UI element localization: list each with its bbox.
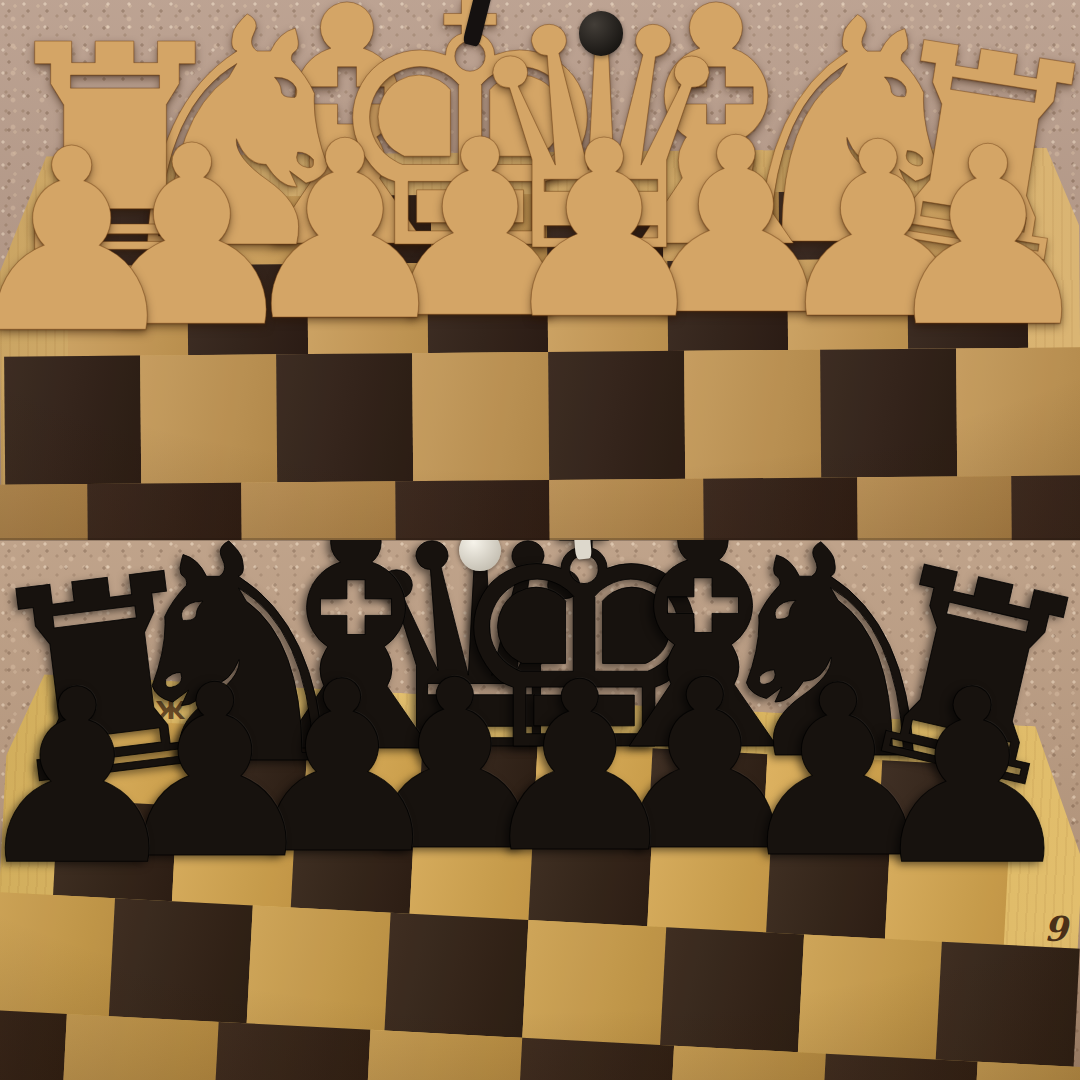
piece-white-pawn-a2: ♟: [0, 116, 198, 368]
square-b4: [87, 483, 242, 540]
chess-set-collage: 22♜♞♝♚♛♝♞♜♟♟♟♟♟♟♟♟ 776ЖВН♜♞♝♛♚♝♞♜♟♟♟♟♟♟♟…: [0, 0, 1080, 1080]
square-f6: [660, 927, 804, 1052]
white-queen-finial-ball: [579, 11, 624, 56]
square-h4: [1011, 475, 1080, 540]
square-c6: [247, 906, 391, 1031]
square-e5: [515, 1038, 674, 1080]
piece-white-pawn-h2: ♟: [865, 115, 1080, 361]
square-a5: [0, 1006, 67, 1080]
board-row-rank-4: [0, 475, 1080, 540]
square-d4: [395, 480, 550, 540]
square-b5: [60, 1014, 219, 1080]
photo-panel-black-set: 776ЖВН♜♞♝♛♚♝♞♜♟♟♟♟♟♟♟♟: [0, 540, 1080, 1080]
square-d5: [364, 1030, 523, 1080]
square-g6: [798, 934, 942, 1059]
square-e6: [522, 920, 666, 1045]
square-e4: [549, 479, 704, 540]
square-h6: [936, 942, 1080, 1067]
piece-black-pawn-a7: ♟: [0, 658, 197, 898]
square-c5: [212, 1022, 371, 1080]
square-d6: [384, 913, 528, 1038]
photo-panel-white-set: 22♜♞♝♚♛♝♞♜♟♟♟♟♟♟♟♟: [0, 0, 1080, 540]
square-g4: [857, 476, 1012, 540]
square-f4: [703, 477, 858, 540]
piece-black-pawn-h7: ♟: [852, 658, 1080, 898]
square-a4: [0, 484, 88, 540]
piece-white-pawn-e2: ♟: [482, 109, 726, 353]
piece-black-pawn-e7: ♟: [463, 651, 697, 885]
square-c4: [241, 481, 396, 540]
